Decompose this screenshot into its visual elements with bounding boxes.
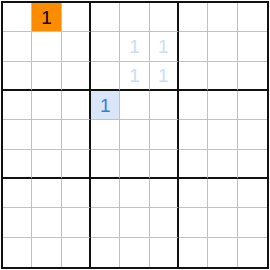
cell-r8c6[interactable] bbox=[150, 208, 179, 237]
cell-r5c6[interactable] bbox=[150, 120, 179, 149]
cell-r4c8[interactable] bbox=[208, 91, 237, 120]
cell-r6c1[interactable] bbox=[3, 150, 32, 179]
cell-r9c4[interactable] bbox=[91, 238, 120, 267]
cell-r8c9[interactable] bbox=[238, 208, 267, 237]
cell-r5c4[interactable] bbox=[91, 120, 120, 149]
cell-r4c1[interactable] bbox=[3, 91, 32, 120]
cell-r4c9[interactable] bbox=[238, 91, 267, 120]
cell-r1c4[interactable] bbox=[91, 3, 120, 32]
cell-r1c1[interactable] bbox=[3, 3, 32, 32]
cell-r8c4[interactable] bbox=[91, 208, 120, 237]
cell-r8c3[interactable] bbox=[62, 208, 91, 237]
cell-r1c3[interactable] bbox=[62, 3, 91, 32]
cell-r1c6[interactable] bbox=[150, 3, 179, 32]
cell-r4c5[interactable] bbox=[120, 91, 149, 120]
cell-r1c7[interactable] bbox=[179, 3, 208, 32]
cell-r2c3[interactable] bbox=[62, 32, 91, 61]
cell-r4c7[interactable] bbox=[179, 91, 208, 120]
cell-r5c1[interactable] bbox=[3, 120, 32, 149]
cell-r6c9[interactable] bbox=[238, 150, 267, 179]
cell-r2c7[interactable] bbox=[179, 32, 208, 61]
cell-r1c8[interactable] bbox=[208, 3, 237, 32]
cell-r5c7[interactable] bbox=[179, 120, 208, 149]
sudoku-app: 111111 bbox=[0, 0, 270, 270]
cell-r8c2[interactable] bbox=[32, 208, 61, 237]
cell-r8c7[interactable] bbox=[179, 208, 208, 237]
cell-r7c1[interactable] bbox=[3, 179, 32, 208]
cell-r7c5[interactable] bbox=[120, 179, 149, 208]
cell-r3c2[interactable] bbox=[32, 62, 61, 91]
cell-r9c6[interactable] bbox=[150, 238, 179, 267]
cell-r3c6[interactable]: 1 bbox=[150, 62, 179, 91]
cell-r6c7[interactable] bbox=[179, 150, 208, 179]
cell-r6c2[interactable] bbox=[32, 150, 61, 179]
cell-r5c5[interactable] bbox=[120, 120, 149, 149]
cell-r3c9[interactable] bbox=[238, 62, 267, 91]
cell-r4c4[interactable]: 1 bbox=[91, 91, 120, 120]
cell-r7c4[interactable] bbox=[91, 179, 120, 208]
cell-r5c8[interactable] bbox=[208, 120, 237, 149]
cell-r1c9[interactable] bbox=[238, 3, 267, 32]
cell-r2c2[interactable] bbox=[32, 32, 61, 61]
cell-r2c4[interactable] bbox=[91, 32, 120, 61]
cell-r5c2[interactable] bbox=[32, 120, 61, 149]
cell-r1c5[interactable] bbox=[120, 3, 149, 32]
cell-r2c8[interactable] bbox=[208, 32, 237, 61]
cell-r3c4[interactable] bbox=[91, 62, 120, 91]
cell-r6c6[interactable] bbox=[150, 150, 179, 179]
cell-r9c1[interactable] bbox=[3, 238, 32, 267]
cell-r6c4[interactable] bbox=[91, 150, 120, 179]
cell-r7c6[interactable] bbox=[150, 179, 179, 208]
cell-r3c1[interactable] bbox=[3, 62, 32, 91]
cell-r7c2[interactable] bbox=[32, 179, 61, 208]
cell-r9c2[interactable] bbox=[32, 238, 61, 267]
cell-r9c5[interactable] bbox=[120, 238, 149, 267]
cell-r8c8[interactable] bbox=[208, 208, 237, 237]
cell-r5c3[interactable] bbox=[62, 120, 91, 149]
cell-r9c7[interactable] bbox=[179, 238, 208, 267]
cell-r7c3[interactable] bbox=[62, 179, 91, 208]
sudoku-board: 111111 bbox=[1, 1, 269, 269]
cell-r4c2[interactable] bbox=[32, 91, 61, 120]
cell-r2c6[interactable]: 1 bbox=[150, 32, 179, 61]
cell-r9c9[interactable] bbox=[238, 238, 267, 267]
cell-r3c7[interactable] bbox=[179, 62, 208, 91]
cell-r7c9[interactable] bbox=[238, 179, 267, 208]
cell-r6c5[interactable] bbox=[120, 150, 149, 179]
cell-r4c6[interactable] bbox=[150, 91, 179, 120]
cell-r7c8[interactable] bbox=[208, 179, 237, 208]
cell-r2c1[interactable] bbox=[3, 32, 32, 61]
cell-r3c5[interactable]: 1 bbox=[120, 62, 149, 91]
cell-r9c8[interactable] bbox=[208, 238, 237, 267]
cell-r6c8[interactable] bbox=[208, 150, 237, 179]
cell-r5c9[interactable] bbox=[238, 120, 267, 149]
cell-r3c8[interactable] bbox=[208, 62, 237, 91]
cell-r6c3[interactable] bbox=[62, 150, 91, 179]
cell-r2c9[interactable] bbox=[238, 32, 267, 61]
cell-r9c3[interactable] bbox=[62, 238, 91, 267]
cell-r4c3[interactable] bbox=[62, 91, 91, 120]
cell-r3c3[interactable] bbox=[62, 62, 91, 91]
cell-r8c5[interactable] bbox=[120, 208, 149, 237]
cell-r7c7[interactable] bbox=[179, 179, 208, 208]
cell-r8c1[interactable] bbox=[3, 208, 32, 237]
cell-r2c5[interactable]: 1 bbox=[120, 32, 149, 61]
cell-r1c2[interactable]: 1 bbox=[32, 3, 61, 32]
